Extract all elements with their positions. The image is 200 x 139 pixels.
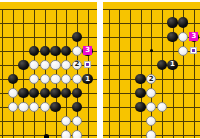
black-stone: [8, 74, 18, 84]
white-stone: [72, 116, 82, 126]
white-stone: [146, 102, 156, 112]
move-number-label: 2: [72, 61, 82, 68]
white-stone: [146, 116, 156, 126]
grid-line-vertical: [2, 9, 3, 139]
square-marker-icon: [190, 47, 197, 54]
black-stone: [18, 60, 28, 70]
square-marker-inner-icon: [86, 63, 89, 66]
grid-line-vertical: [109, 9, 110, 139]
white-stone: [146, 88, 156, 98]
grid-line-vertical: [23, 9, 24, 139]
grid-line-horizontal: [0, 9, 97, 10]
grid-line-horizontal: [0, 121, 97, 122]
move-number-label: 1: [83, 76, 93, 83]
black-stone: [178, 17, 188, 27]
grid-line-vertical: [194, 9, 195, 139]
white-stone: [50, 74, 60, 84]
white-stone: [178, 46, 188, 56]
grid-line-vertical: [162, 9, 163, 139]
black-stone: [135, 74, 145, 84]
black-stone: [61, 46, 71, 56]
white-stone: [61, 60, 71, 70]
black-stone: [50, 46, 60, 56]
white-stone: [157, 102, 167, 112]
grid-line-vertical: [173, 9, 174, 139]
white-stone: [72, 130, 82, 138]
square-marker-inner-icon: [192, 49, 195, 52]
black-stone: [40, 88, 50, 98]
black-stone: [50, 88, 60, 98]
white-stone: [29, 74, 39, 84]
grid-line-horizontal: [0, 37, 97, 38]
white-stone: [29, 102, 39, 112]
grid-line-horizontal: [0, 23, 97, 24]
grid-line-vertical: [183, 9, 184, 139]
move-number-label-highlighted: 3: [189, 32, 198, 41]
black-stone: [135, 102, 145, 112]
black-stone: [40, 46, 50, 56]
black-stone: [72, 88, 82, 98]
cropped-stone-mark: [44, 134, 49, 138]
white-stone: [50, 60, 60, 70]
white-stone: [61, 116, 71, 126]
move-number-label: 2: [146, 76, 156, 83]
white-stone: [8, 102, 18, 112]
screenshot-root: 123123: [0, 0, 200, 138]
black-stone: [157, 60, 167, 70]
black-stone: [135, 88, 145, 98]
grid-line-vertical: [119, 9, 120, 139]
hoshi-point: [150, 49, 153, 52]
white-stone: [178, 32, 188, 42]
white-stone: [72, 74, 82, 84]
black-stone: [50, 102, 60, 112]
black-stone: [72, 102, 82, 112]
white-stone: [29, 60, 39, 70]
white-stone: [146, 130, 156, 138]
black-stone: [18, 88, 28, 98]
black-stone: [167, 32, 177, 42]
white-stone: [8, 88, 18, 98]
white-stone: [40, 74, 50, 84]
go-diagram-right[interactable]: 123: [103, 2, 200, 138]
grid-line-vertical: [130, 9, 131, 139]
black-stone: [29, 88, 39, 98]
white-stone: [72, 46, 82, 56]
black-stone: [72, 32, 82, 42]
black-stone: [167, 17, 177, 27]
grid-line-horizontal: [0, 135, 97, 136]
square-marker-icon: [84, 61, 91, 68]
white-stone: [61, 74, 71, 84]
black-stone: [61, 88, 71, 98]
move-number-label-highlighted: 3: [83, 46, 92, 55]
white-stone: [18, 102, 28, 112]
go-diagram-left[interactable]: 123: [0, 2, 97, 138]
white-stone: [40, 102, 50, 112]
black-stone: [29, 46, 39, 56]
move-number-label: 1: [168, 61, 178, 68]
white-stone: [61, 130, 71, 138]
white-stone: [40, 60, 50, 70]
